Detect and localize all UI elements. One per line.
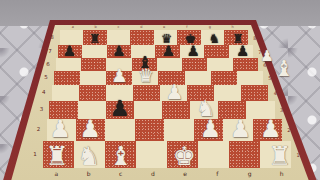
file-label-c: c (119, 171, 122, 177)
square-f1[interactable] (198, 141, 229, 168)
file-label-d: d (151, 171, 155, 177)
square-f5[interactable] (185, 71, 211, 85)
rank-label-right-3: 3 (280, 108, 283, 113)
board-rank-5 (54, 71, 263, 85)
piece-black-pawn-f7[interactable]: ♟ (187, 44, 200, 58)
square-b7[interactable] (82, 45, 106, 58)
rank-label-left-1: 1 (33, 152, 37, 158)
file-label-top-e: e (163, 26, 165, 30)
file-label-top-d: d (140, 26, 142, 30)
square-a6[interactable] (56, 58, 81, 71)
piece-white-rook-h1[interactable]: ♜ (268, 144, 291, 170)
square-g6[interactable] (207, 58, 232, 71)
piece-white-pawn-e4[interactable]: ♟ (166, 82, 184, 102)
file-label-h: h (280, 171, 284, 177)
file-label-top-f: f (186, 26, 187, 30)
square-e2[interactable] (164, 119, 193, 141)
piece-white-pawn-a2[interactable]: ♟ (49, 118, 70, 142)
piece-black-pawn-h7[interactable]: ♟ (236, 44, 249, 58)
piece-white-pawn-f2[interactable]: ♟ (200, 118, 221, 142)
square-f6[interactable] (182, 58, 207, 71)
piece-white-pawn-b2[interactable]: ♟ (79, 118, 100, 142)
file-label-a: a (55, 171, 59, 177)
piece-white-pawn-c5[interactable]: ♟ (111, 67, 127, 85)
square-b4[interactable] (79, 85, 106, 101)
board-rank-7 (58, 45, 253, 58)
rank-label-left-3: 3 (40, 107, 44, 113)
square-h5[interactable] (237, 71, 263, 85)
file-label-top-b: b (94, 26, 96, 30)
square-b6[interactable] (81, 58, 106, 71)
piece-black-rook-b8[interactable]: ♜ (89, 33, 100, 46)
rank-label-right-4: 4 (274, 91, 277, 96)
square-d8[interactable] (130, 30, 153, 45)
board-rank-4 (52, 85, 268, 101)
piece-white-bishop-c1[interactable]: ♝ (109, 144, 132, 170)
piece-black-pawn-c3[interactable]: ♟ (110, 98, 130, 120)
file-label-top-g: g (209, 26, 211, 30)
piece-white-pawn-g2[interactable]: ♟ (230, 118, 251, 142)
square-a5[interactable] (54, 71, 80, 85)
file-label-b: b (87, 171, 91, 177)
square-h6[interactable] (233, 58, 258, 71)
rank-label-right-5: 5 (268, 76, 271, 81)
piece-white-king-e1[interactable]: ♚ (173, 144, 196, 170)
square-a4[interactable] (52, 85, 79, 101)
rank-label-right-1: 1 (296, 152, 299, 157)
square-d2[interactable] (135, 119, 164, 141)
piece-black-pawn-e7[interactable]: ♟ (162, 44, 175, 58)
file-label-f: f (216, 171, 218, 177)
square-h4[interactable] (241, 85, 268, 101)
rank-label-right-8: 8 (253, 35, 256, 40)
piece-black-pawn-c7[interactable]: ♟ (112, 44, 125, 58)
file-label-top-c: c (117, 26, 119, 30)
piece-white-rook-a1[interactable]: ♜ (45, 144, 68, 170)
rank-label-left-7: 7 (48, 49, 52, 55)
file-label-top-h: h (232, 26, 234, 30)
square-d1[interactable] (136, 141, 167, 168)
piece-white-pawn-h2[interactable]: ♟ (260, 118, 281, 142)
piece-black-pawn-a7[interactable]: ♟ (63, 44, 76, 58)
rank-label-right-2: 2 (287, 128, 290, 133)
square-g7[interactable] (204, 45, 228, 58)
square-g4[interactable] (214, 85, 241, 101)
square-b5[interactable] (80, 71, 106, 85)
rank-label-left-8: 8 (50, 35, 54, 41)
rank-label-left-6: 6 (46, 62, 50, 68)
file-label-g: g (248, 171, 252, 177)
square-d4[interactable] (133, 85, 160, 101)
square-c2[interactable] (105, 119, 134, 141)
rank-label-left-5: 5 (44, 75, 48, 81)
rank-label-left-2: 2 (37, 127, 41, 133)
square-g5[interactable] (211, 71, 237, 85)
piece-white-queen-d5[interactable]: ♛ (138, 67, 154, 85)
piece-white-knight-b1[interactable]: ♞ (77, 144, 100, 170)
file-label-e: e (183, 171, 187, 177)
piece-black-knight-g8[interactable]: ♞ (209, 33, 220, 46)
file-label-top-a: a (72, 26, 74, 30)
board-rank-6 (56, 58, 258, 71)
chessboard-photo-scene: aabbccddeeffgghh1122334455667788 ♜♛♚♞♜♟♟… (0, 0, 320, 180)
captured-white-pawn[interactable]: ♟ (260, 49, 273, 64)
square-d3[interactable] (134, 101, 162, 119)
captured-white-bishop[interactable]: ♝ (274, 58, 294, 80)
square-g1[interactable] (229, 141, 260, 168)
rank-label-left-4: 4 (42, 90, 46, 96)
square-e6[interactable] (157, 58, 182, 71)
